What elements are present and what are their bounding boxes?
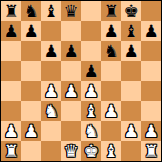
square-h6[interactable] [141,41,161,61]
square-a3[interactable] [1,101,21,121]
square-f6[interactable]: ♞ [101,41,121,61]
piece-white-queen: ♛ [63,141,78,161]
piece-white-pawn: ♟ [143,121,158,141]
square-h8[interactable] [141,1,161,21]
square-a8[interactable]: ♜ [1,1,21,21]
square-h7[interactable]: ♟ [141,21,161,41]
piece-black-bishop: ♝ [43,1,58,21]
square-e8[interactable] [81,1,101,21]
piece-black-pawn: ♟ [143,21,158,41]
square-d4[interactable]: ♟ [61,81,81,101]
square-a4[interactable] [1,81,21,101]
square-g7[interactable]: ♝ [121,21,141,41]
square-f4[interactable] [101,81,121,101]
piece-black-bishop: ♝ [123,21,138,41]
square-c2[interactable] [41,121,61,141]
piece-black-rook: ♜ [3,1,18,21]
square-g8[interactable]: ♚ [121,1,141,21]
piece-black-queen: ♛ [63,1,78,21]
piece-black-pawn: ♟ [3,21,18,41]
square-a6[interactable] [1,41,21,61]
piece-black-knight: ♞ [23,1,38,21]
square-h4[interactable] [141,81,161,101]
square-d1[interactable]: ♛ [61,141,81,161]
piece-white-pawn: ♟ [103,101,118,121]
square-f7[interactable]: ♟ [101,21,121,41]
square-b7[interactable]: ♟ [21,21,41,41]
piece-black-pawn: ♟ [83,61,98,81]
square-b2[interactable]: ♟ [21,121,41,141]
square-c6[interactable]: ♟ [41,41,61,61]
square-c5[interactable] [41,61,61,81]
square-h1[interactable]: ♜ [141,141,161,161]
square-f2[interactable] [101,121,121,141]
piece-white-bishop: ♝ [103,141,118,161]
square-b5[interactable] [21,61,41,81]
square-g1[interactable] [121,141,141,161]
piece-black-pawn: ♟ [63,41,78,61]
square-f1[interactable]: ♝ [101,141,121,161]
piece-white-bishop: ♝ [83,101,98,121]
square-d7[interactable] [61,21,81,41]
piece-white-pawn: ♟ [63,81,78,101]
chess-board: ♜♞♝♛♜♚♟♟♟♝♟♟♟♞♟♟♟♟♟♞♝♟♟♟♞♟♟♜♛♚♝♜ [1,1,161,161]
piece-black-pawn: ♟ [103,21,118,41]
piece-white-knight: ♞ [83,121,98,141]
square-c7[interactable] [41,21,61,41]
square-e4[interactable]: ♟ [81,81,101,101]
square-f8[interactable]: ♜ [101,1,121,21]
square-g4[interactable] [121,81,141,101]
square-e6[interactable] [81,41,101,61]
square-g5[interactable] [121,61,141,81]
square-h3[interactable] [141,101,161,121]
square-c4[interactable]: ♟ [41,81,61,101]
square-e7[interactable] [81,21,101,41]
square-e2[interactable]: ♞ [81,121,101,141]
square-g3[interactable] [121,101,141,121]
piece-white-pawn: ♟ [83,81,98,101]
square-c1[interactable] [41,141,61,161]
piece-white-knight: ♞ [43,101,58,121]
piece-white-pawn: ♟ [43,81,58,101]
square-d5[interactable] [61,61,81,81]
piece-white-pawn: ♟ [3,121,18,141]
square-a5[interactable] [1,61,21,81]
square-e5[interactable]: ♟ [81,61,101,81]
square-a2[interactable]: ♟ [1,121,21,141]
piece-white-rook: ♜ [143,141,158,161]
square-f5[interactable] [101,61,121,81]
piece-white-rook: ♜ [3,141,18,161]
square-g2[interactable]: ♟ [121,121,141,141]
square-d2[interactable] [61,121,81,141]
piece-white-king: ♚ [83,141,98,161]
square-c3[interactable]: ♞ [41,101,61,121]
piece-white-pawn: ♟ [123,121,138,141]
square-g6[interactable]: ♟ [121,41,141,61]
square-h5[interactable] [141,61,161,81]
square-d6[interactable]: ♟ [61,41,81,61]
piece-black-pawn: ♟ [123,41,138,61]
square-d3[interactable] [61,101,81,121]
piece-black-rook: ♜ [103,1,118,21]
square-c8[interactable]: ♝ [41,1,61,21]
chess-board-frame: ♜♞♝♛♜♚♟♟♟♝♟♟♟♞♟♟♟♟♟♞♝♟♟♟♞♟♟♜♛♚♝♜ [0,0,162,162]
piece-white-pawn: ♟ [23,121,38,141]
square-d8[interactable]: ♛ [61,1,81,21]
square-f3[interactable]: ♟ [101,101,121,121]
square-b1[interactable] [21,141,41,161]
piece-black-knight: ♞ [103,41,118,61]
piece-black-pawn: ♟ [23,21,38,41]
square-a7[interactable]: ♟ [1,21,21,41]
square-b8[interactable]: ♞ [21,1,41,21]
square-b6[interactable] [21,41,41,61]
piece-black-king: ♚ [123,1,138,21]
square-e3[interactable]: ♝ [81,101,101,121]
square-b3[interactable] [21,101,41,121]
square-b4[interactable] [21,81,41,101]
square-e1[interactable]: ♚ [81,141,101,161]
square-a1[interactable]: ♜ [1,141,21,161]
piece-black-pawn: ♟ [43,41,58,61]
square-h2[interactable]: ♟ [141,121,161,141]
